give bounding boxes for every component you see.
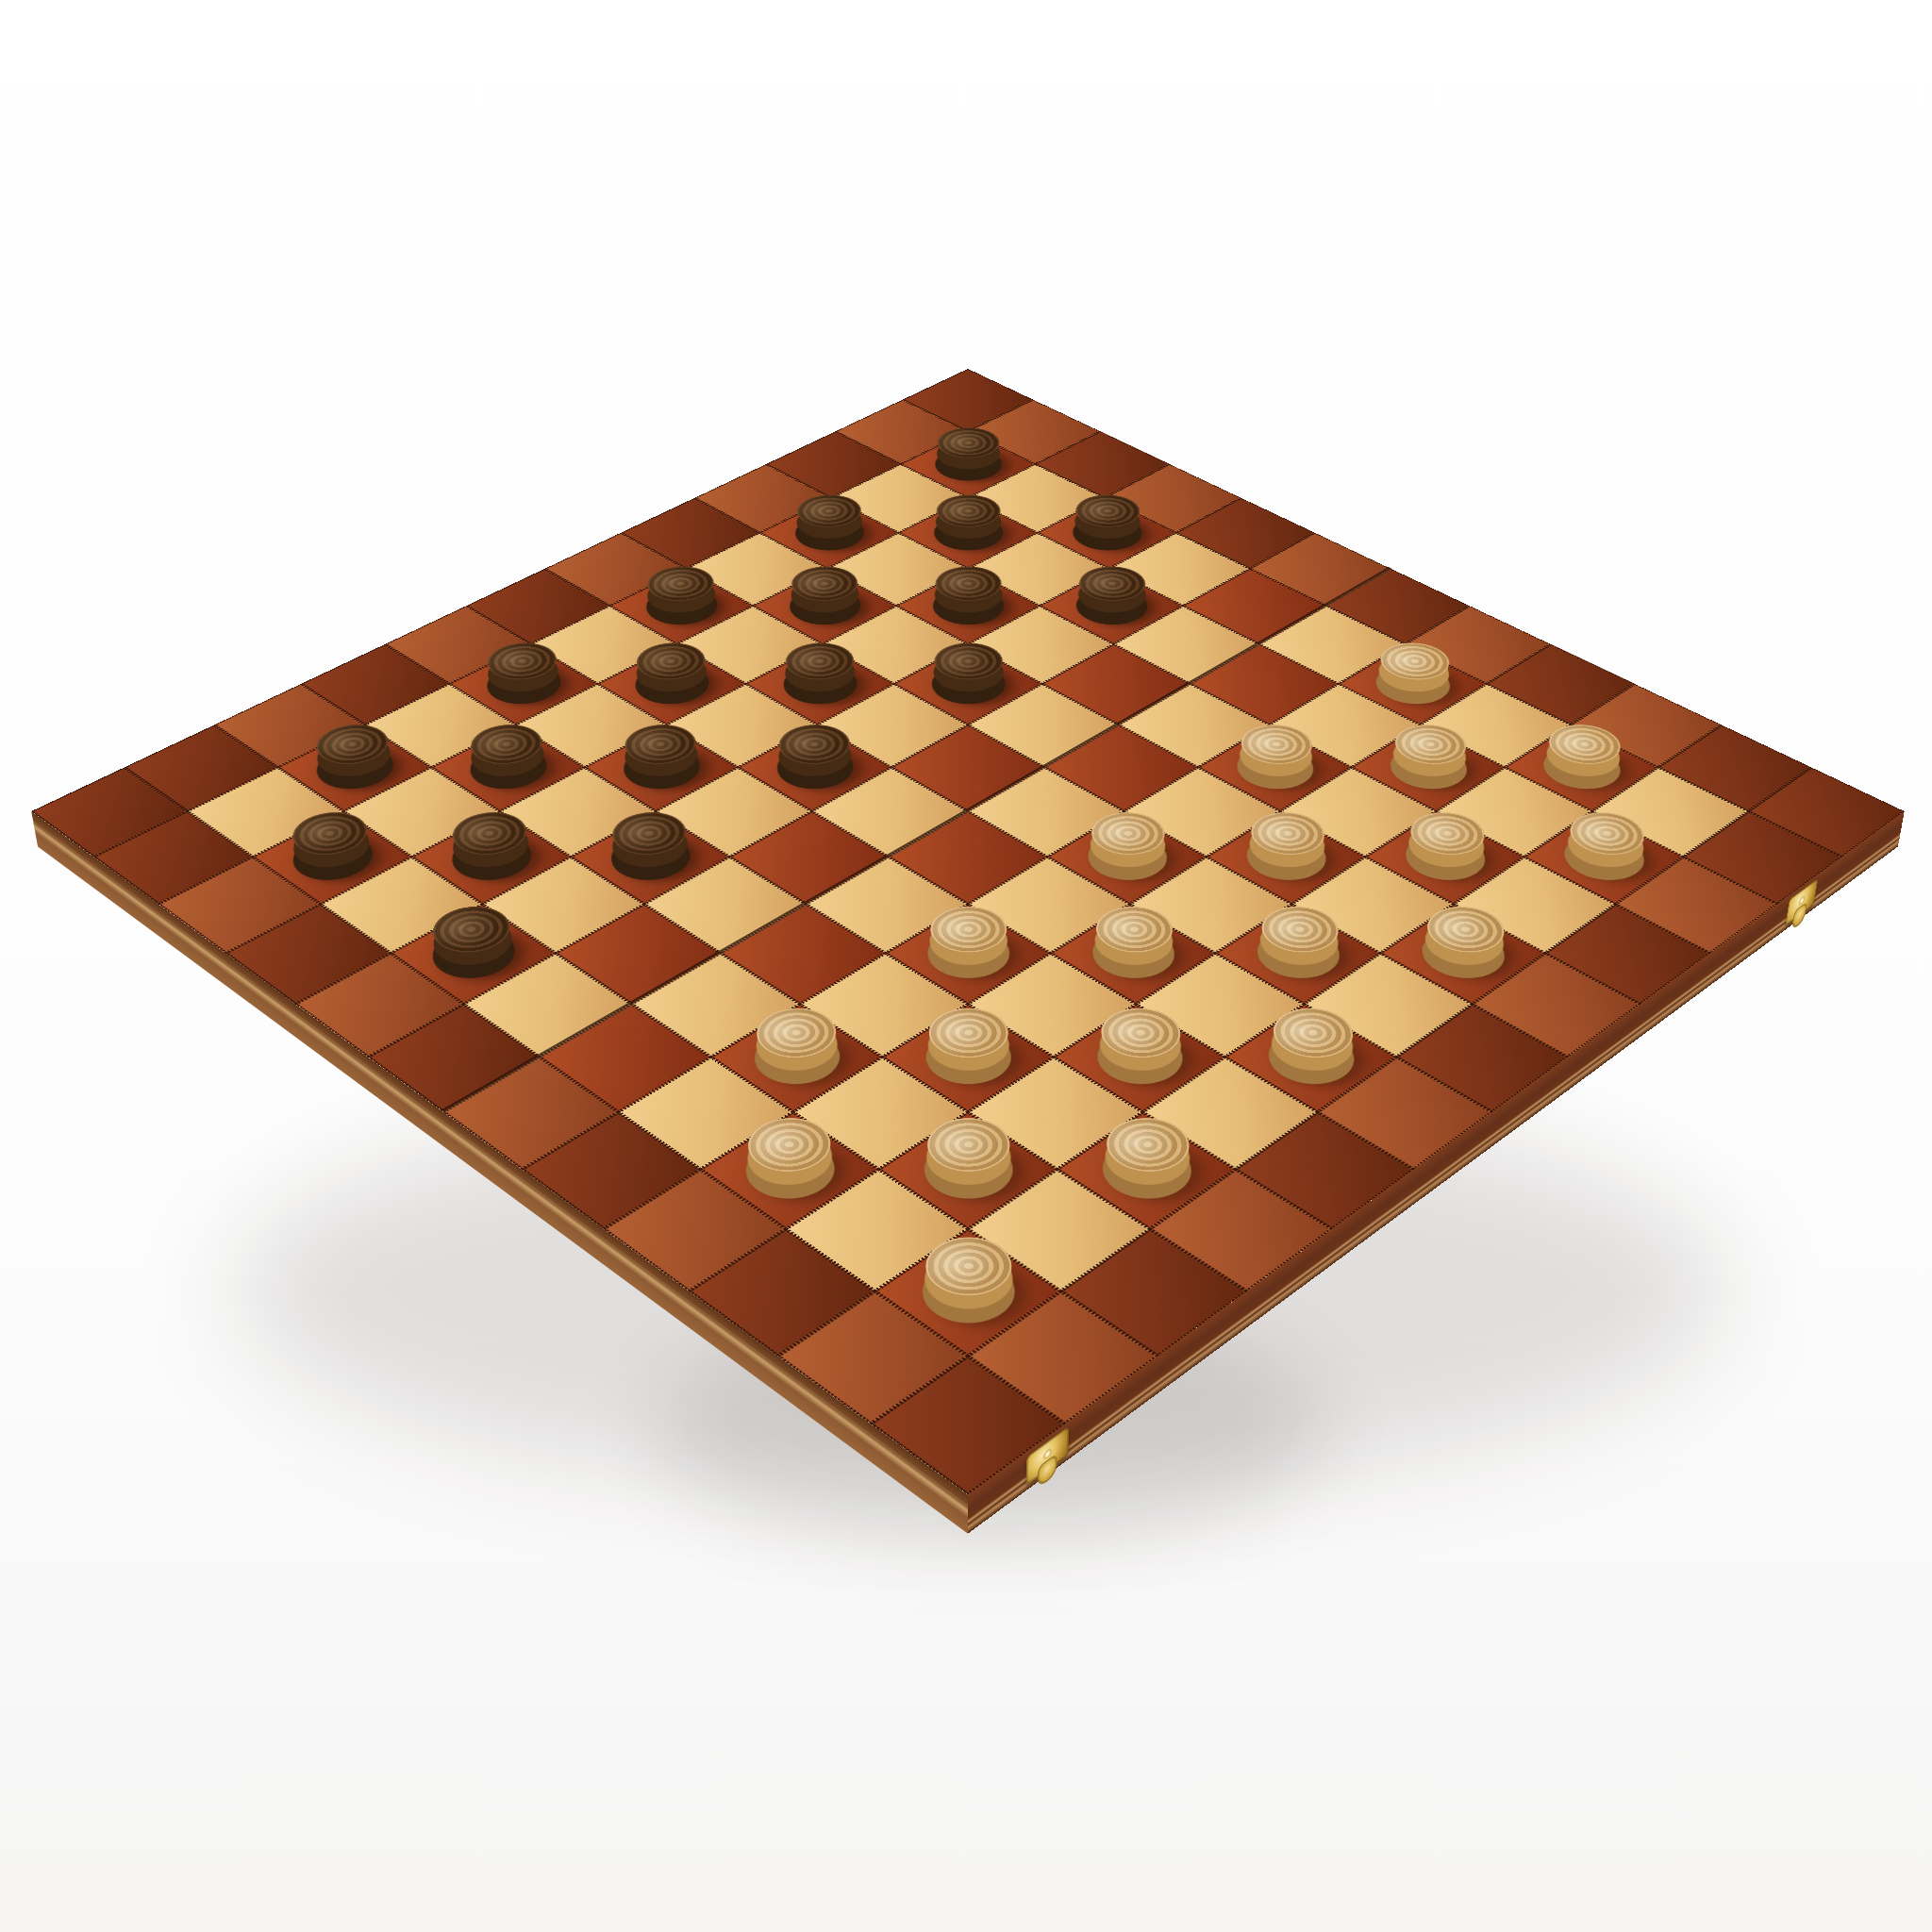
board-cell[interactable] <box>1505 724 1658 811</box>
dark-piece[interactable] <box>437 804 541 864</box>
photo-stage <box>0 0 1932 1932</box>
board-cell[interactable] <box>411 811 570 904</box>
light-piece[interactable] <box>914 897 1022 962</box>
light-piece[interactable] <box>1534 717 1634 773</box>
light-piece[interactable] <box>730 1108 846 1183</box>
dark-piece[interactable] <box>474 636 570 688</box>
light-piece[interactable] <box>1555 804 1658 864</box>
border-cell <box>1176 498 1315 569</box>
light-piece[interactable] <box>1080 897 1188 962</box>
